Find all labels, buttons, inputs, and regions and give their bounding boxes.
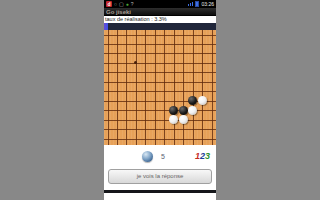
answer-row: je vois la réponse (104, 167, 216, 184)
grid-line (117, 30, 118, 145)
app-title: Go jiseki (106, 9, 131, 15)
go-board[interactable] (104, 30, 216, 145)
grid-line (193, 30, 194, 145)
grid-line (104, 82, 216, 83)
stone-white (179, 115, 188, 124)
bottom-area (104, 184, 216, 200)
status-icons-left: d ○ ▢ ● ? (106, 0, 188, 8)
stone-black (169, 106, 178, 115)
stone-black (188, 96, 197, 105)
progress-label: taux de réalisation : 3.3% (104, 16, 216, 23)
grid-line (155, 30, 156, 145)
show-answer-button[interactable]: je vois la réponse (108, 169, 212, 184)
square-notification-icon: ▢ (119, 0, 124, 8)
grid-line (104, 120, 216, 121)
grid-line (104, 139, 216, 140)
stone-white (198, 96, 207, 105)
problem-count: 5 (161, 153, 195, 160)
app-title-bar: Go jiseki (104, 8, 216, 16)
bottom-divider (104, 190, 216, 193)
grid-line (104, 110, 216, 111)
grid-line (104, 53, 216, 54)
stone-white (188, 106, 197, 115)
status-icons-right: 03:26 (188, 0, 214, 8)
phone-screen: d ○ ▢ ● ? 03:26 Go jiseki taux de réalis… (104, 0, 216, 200)
grid-line (212, 30, 213, 145)
progress-bar-fill (104, 23, 108, 30)
progress-bar (104, 23, 216, 30)
status-bar: d ○ ▢ ● ? 03:26 (104, 0, 216, 8)
stone-black (179, 106, 188, 115)
grid-line (202, 30, 203, 145)
bottom-toolbar: 5 123 (104, 145, 216, 167)
grid-line (104, 35, 216, 36)
numbers-123-icon[interactable]: 123 (195, 151, 210, 161)
grid-line (164, 30, 165, 145)
grid-line (108, 30, 109, 145)
question-notification-icon: ? (131, 0, 134, 8)
digit-3: 3 (205, 151, 210, 161)
grid-line (183, 30, 184, 145)
grid-line (104, 129, 216, 130)
grid-line (104, 63, 216, 64)
grid-line (136, 30, 137, 145)
signal-icon (188, 2, 193, 6)
circle-notification-icon: ○ (114, 0, 117, 8)
grid-line (104, 44, 216, 45)
progress-label-text: taux de réalisation : 3.3% (105, 16, 167, 22)
globe-icon[interactable] (142, 151, 153, 162)
grid-line (104, 72, 216, 73)
download-badge-icon: d (106, 1, 112, 7)
stone-white (169, 115, 178, 124)
grid-line (126, 30, 127, 145)
grid-line (104, 91, 216, 92)
grid-line (145, 30, 146, 145)
battery-icon (195, 1, 199, 7)
update-notification-icon: ● (126, 0, 129, 8)
grid-line (174, 30, 175, 145)
clock-text: 03:26 (201, 0, 214, 8)
